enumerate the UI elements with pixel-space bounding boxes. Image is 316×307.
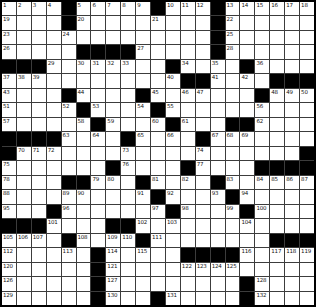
cell-r12c3[interactable] bbox=[32, 161, 46, 174]
cell-r15c18[interactable]: 100 bbox=[255, 205, 269, 218]
cell-r4c17[interactable] bbox=[240, 45, 254, 58]
cell-r5c5[interactable] bbox=[62, 60, 76, 73]
cell-r14c5[interactable]: 89 bbox=[62, 190, 76, 203]
cell-r7c16[interactable] bbox=[226, 89, 240, 102]
cell-r1c19[interactable]: 16 bbox=[270, 2, 284, 15]
cell-r2c20[interactable] bbox=[285, 16, 299, 29]
cell-r7c12[interactable] bbox=[166, 89, 180, 102]
cell-r6c10[interactable] bbox=[136, 74, 150, 87]
cell-r3c11[interactable] bbox=[151, 31, 165, 44]
cell-r7c21[interactable]: 50 bbox=[300, 89, 314, 102]
cell-r13c3[interactable] bbox=[32, 176, 46, 189]
cell-r16c18[interactable] bbox=[255, 219, 269, 232]
cell-r12c6[interactable] bbox=[77, 161, 91, 174]
cell-r21c10[interactable] bbox=[136, 292, 150, 305]
cell-r16c19[interactable] bbox=[270, 219, 284, 232]
cell-r9c9[interactable] bbox=[121, 118, 135, 131]
cell-r6c5[interactable] bbox=[62, 74, 76, 87]
cell-r15c15[interactable] bbox=[211, 205, 225, 218]
cell-r13c20[interactable]: 86 bbox=[285, 176, 299, 189]
cell-r20c8[interactable]: 127 bbox=[106, 277, 120, 290]
cell-r20c11[interactable] bbox=[151, 277, 165, 290]
cell-r10c19[interactable] bbox=[270, 132, 284, 145]
cell-r5c21[interactable] bbox=[300, 60, 314, 73]
cell-r8c16[interactable] bbox=[226, 103, 240, 116]
cell-r7c4[interactable] bbox=[47, 89, 61, 102]
cell-r19c21[interactable] bbox=[300, 263, 314, 276]
cell-r13c12[interactable] bbox=[166, 176, 180, 189]
cell-r12c10[interactable] bbox=[136, 161, 150, 174]
cell-r16c11[interactable] bbox=[151, 219, 165, 232]
cell-r9c21[interactable] bbox=[300, 118, 314, 131]
cell-r7c20[interactable]: 49 bbox=[285, 89, 299, 102]
cell-r11c3[interactable]: 71 bbox=[32, 147, 46, 160]
cell-r19c4[interactable] bbox=[47, 263, 61, 276]
cell-r4c20[interactable] bbox=[285, 45, 299, 58]
cell-r9c1[interactable]: 57 bbox=[2, 118, 16, 131]
cell-r6c6[interactable] bbox=[77, 74, 91, 87]
cell-r13c1[interactable]: 78 bbox=[2, 176, 16, 189]
cell-r19c10[interactable] bbox=[136, 263, 150, 276]
cell-r16c15[interactable] bbox=[211, 219, 225, 232]
cell-r21c6[interactable] bbox=[77, 292, 91, 305]
cell-r1c13[interactable]: 11 bbox=[181, 2, 195, 15]
cell-r21c8[interactable]: 130 bbox=[106, 292, 120, 305]
cell-r15c16[interactable]: 99 bbox=[226, 205, 240, 218]
cell-r2c7[interactable] bbox=[91, 16, 105, 29]
cell-r21c14[interactable] bbox=[196, 292, 210, 305]
cell-r12c9[interactable]: 76 bbox=[121, 161, 135, 174]
cell-r19c15[interactable]: 124 bbox=[211, 263, 225, 276]
cell-r4c18[interactable] bbox=[255, 45, 269, 58]
cell-r18c5[interactable]: 113 bbox=[62, 248, 76, 261]
cell-r14c12[interactable]: 92 bbox=[166, 190, 180, 203]
cell-r1c17[interactable]: 14 bbox=[240, 2, 254, 15]
cell-r5c10[interactable] bbox=[136, 60, 150, 73]
cell-r17c2[interactable]: 106 bbox=[17, 234, 31, 247]
cell-r2c8[interactable] bbox=[106, 16, 120, 29]
cell-r9c15[interactable] bbox=[211, 118, 225, 131]
cell-r1c21[interactable]: 18 bbox=[300, 2, 314, 15]
cell-r14c15[interactable]: 93 bbox=[211, 190, 225, 203]
cell-r5c8[interactable]: 32 bbox=[106, 60, 120, 73]
cell-r2c18[interactable] bbox=[255, 16, 269, 29]
cell-r5c7[interactable]: 31 bbox=[91, 60, 105, 73]
cell-r21c16[interactable] bbox=[226, 292, 240, 305]
cell-r19c17[interactable] bbox=[240, 263, 254, 276]
cell-r2c12[interactable] bbox=[166, 16, 180, 29]
cell-r17c7[interactable] bbox=[91, 234, 105, 247]
cell-r6c4[interactable] bbox=[47, 74, 61, 87]
cell-r18c9[interactable] bbox=[121, 248, 135, 261]
cell-r12c5[interactable] bbox=[62, 161, 76, 174]
cell-r10c13[interactable] bbox=[181, 132, 195, 145]
cell-r14c10[interactable]: 91 bbox=[136, 190, 150, 203]
cell-r3c7[interactable] bbox=[91, 31, 105, 44]
cell-r17c14[interactable] bbox=[196, 234, 210, 247]
cell-r7c6[interactable]: 44 bbox=[77, 89, 91, 102]
cell-r20c20[interactable] bbox=[285, 277, 299, 290]
cell-r12c17[interactable] bbox=[240, 161, 254, 174]
cell-r19c6[interactable] bbox=[77, 263, 91, 276]
cell-r21c21[interactable] bbox=[300, 292, 314, 305]
cell-r21c5[interactable] bbox=[62, 292, 76, 305]
cell-r4c4[interactable] bbox=[47, 45, 61, 58]
cell-r20c21[interactable] bbox=[300, 277, 314, 290]
cell-r3c13[interactable] bbox=[181, 31, 195, 44]
cell-r3c2[interactable] bbox=[17, 31, 31, 44]
cell-r12c12[interactable] bbox=[166, 161, 180, 174]
cell-r17c11[interactable]: 111 bbox=[151, 234, 165, 247]
cell-r4c10[interactable]: 27 bbox=[136, 45, 150, 58]
cell-r1c18[interactable]: 15 bbox=[255, 2, 269, 15]
cell-r3c12[interactable] bbox=[166, 31, 180, 44]
cell-r5c15[interactable]: 35 bbox=[211, 60, 225, 73]
cell-r18c11[interactable] bbox=[151, 248, 165, 261]
cell-r11c4[interactable]: 72 bbox=[47, 147, 61, 160]
cell-r20c3[interactable] bbox=[32, 277, 46, 290]
cell-r12c11[interactable] bbox=[151, 161, 165, 174]
cell-r13c21[interactable]: 87 bbox=[300, 176, 314, 189]
cell-r11c20[interactable] bbox=[285, 147, 299, 160]
cell-r6c15[interactable]: 41 bbox=[211, 74, 225, 87]
cell-r5c19[interactable] bbox=[270, 60, 284, 73]
cell-r19c2[interactable] bbox=[17, 263, 31, 276]
cell-r18c18[interactable] bbox=[255, 248, 269, 261]
cell-r21c9[interactable] bbox=[121, 292, 135, 305]
cell-r7c17[interactable] bbox=[240, 89, 254, 102]
cell-r7c7[interactable] bbox=[91, 89, 105, 102]
cell-r12c2[interactable] bbox=[17, 161, 31, 174]
cell-r8c17[interactable] bbox=[240, 103, 254, 116]
cell-r11c17[interactable] bbox=[240, 147, 254, 160]
cell-r13c8[interactable]: 80 bbox=[106, 176, 120, 189]
cell-r11c13[interactable] bbox=[181, 147, 195, 160]
cell-r18c21[interactable]: 119 bbox=[300, 248, 314, 261]
cell-r15c2[interactable] bbox=[17, 205, 31, 218]
cell-r15c5[interactable]: 96 bbox=[62, 205, 76, 218]
cell-r16c13[interactable] bbox=[181, 219, 195, 232]
cell-r14c13[interactable] bbox=[181, 190, 195, 203]
cell-r12c7[interactable] bbox=[91, 161, 105, 174]
cell-r10c6[interactable] bbox=[77, 132, 91, 145]
cell-r19c14[interactable]: 123 bbox=[196, 263, 210, 276]
cell-r8c20[interactable] bbox=[285, 103, 299, 116]
cell-r9c19[interactable] bbox=[270, 118, 284, 131]
cell-r3c4[interactable] bbox=[47, 31, 61, 44]
cell-r15c6[interactable] bbox=[77, 205, 91, 218]
cell-r1c7[interactable]: 6 bbox=[91, 2, 105, 15]
cell-r17c17[interactable] bbox=[240, 234, 254, 247]
cell-r20c14[interactable] bbox=[196, 277, 210, 290]
cell-r4c14[interactable] bbox=[196, 45, 210, 58]
cell-r10c12[interactable]: 66 bbox=[166, 132, 180, 145]
cell-r1c2[interactable]: 2 bbox=[17, 2, 31, 15]
cell-r11c19[interactable] bbox=[270, 147, 284, 160]
cell-r5c14[interactable] bbox=[196, 60, 210, 73]
cell-r11c16[interactable] bbox=[226, 147, 240, 160]
cell-r9c20[interactable] bbox=[285, 118, 299, 131]
cell-r19c20[interactable] bbox=[285, 263, 299, 276]
cell-r2c19[interactable] bbox=[270, 16, 284, 29]
cell-r6c18[interactable] bbox=[255, 74, 269, 87]
cell-r6c12[interactable]: 40 bbox=[166, 74, 180, 87]
cell-r17c6[interactable]: 108 bbox=[77, 234, 91, 247]
cell-r8c9[interactable] bbox=[121, 103, 135, 116]
cell-r18c1[interactable]: 112 bbox=[2, 248, 16, 261]
cell-r15c7[interactable] bbox=[91, 205, 105, 218]
cell-r15c10[interactable] bbox=[136, 205, 150, 218]
cell-r8c1[interactable]: 51 bbox=[2, 103, 16, 116]
cell-r20c19[interactable] bbox=[270, 277, 284, 290]
cell-r8c21[interactable] bbox=[300, 103, 314, 116]
cell-r4c12[interactable] bbox=[166, 45, 180, 58]
cell-r18c2[interactable] bbox=[17, 248, 31, 261]
cell-r18c8[interactable]: 114 bbox=[106, 248, 120, 261]
cell-r13c17[interactable] bbox=[240, 176, 254, 189]
cell-r16c14[interactable] bbox=[196, 219, 210, 232]
cell-r14c18[interactable] bbox=[255, 190, 269, 203]
cell-r1c8[interactable]: 7 bbox=[106, 2, 120, 15]
cell-r14c7[interactable] bbox=[91, 190, 105, 203]
cell-r1c12[interactable]: 10 bbox=[166, 2, 180, 15]
cell-r2c4[interactable] bbox=[47, 16, 61, 29]
cell-r13c14[interactable] bbox=[196, 176, 210, 189]
cell-r11c2[interactable]: 70 bbox=[17, 147, 31, 160]
cell-r3c3[interactable] bbox=[32, 31, 46, 44]
cell-r17c9[interactable]: 110 bbox=[121, 234, 135, 247]
cell-r12c4[interactable] bbox=[47, 161, 61, 174]
cell-r14c14[interactable] bbox=[196, 190, 210, 203]
cell-r3c6[interactable] bbox=[77, 31, 91, 44]
cell-r16c17[interactable]: 104 bbox=[240, 219, 254, 232]
cell-r2c17[interactable] bbox=[240, 16, 254, 29]
cell-r20c15[interactable] bbox=[211, 277, 225, 290]
cell-r14c8[interactable] bbox=[106, 190, 120, 203]
cell-r11c5[interactable] bbox=[62, 147, 76, 160]
cell-r3c19[interactable] bbox=[270, 31, 284, 44]
cell-r17c15[interactable] bbox=[211, 234, 225, 247]
cell-r13c19[interactable]: 85 bbox=[270, 176, 284, 189]
cell-r5c9[interactable]: 33 bbox=[121, 60, 135, 73]
cell-r7c1[interactable]: 43 bbox=[2, 89, 16, 102]
cell-r21c19[interactable] bbox=[270, 292, 284, 305]
cell-r3c18[interactable] bbox=[255, 31, 269, 44]
cell-r8c2[interactable] bbox=[17, 103, 31, 116]
cell-r16c7[interactable] bbox=[91, 219, 105, 232]
cell-r14c9[interactable] bbox=[121, 190, 135, 203]
cell-r8c8[interactable] bbox=[106, 103, 120, 116]
cell-r4c13[interactable] bbox=[181, 45, 195, 58]
cell-r13c9[interactable] bbox=[121, 176, 135, 189]
cell-r13c13[interactable]: 82 bbox=[181, 176, 195, 189]
cell-r10c7[interactable]: 64 bbox=[91, 132, 105, 145]
cell-r18c17[interactable]: 116 bbox=[240, 248, 254, 261]
cell-r19c3[interactable] bbox=[32, 263, 46, 276]
cell-r21c2[interactable] bbox=[17, 292, 31, 305]
cell-r7c8[interactable] bbox=[106, 89, 120, 102]
cell-r4c1[interactable]: 26 bbox=[2, 45, 16, 58]
cell-r2c14[interactable] bbox=[196, 16, 210, 29]
cell-r16c5[interactable] bbox=[62, 219, 76, 232]
cell-r20c18[interactable]: 128 bbox=[255, 277, 269, 290]
cell-r20c10[interactable] bbox=[136, 277, 150, 290]
cell-r10c8[interactable] bbox=[106, 132, 120, 145]
cell-r17c12[interactable] bbox=[166, 234, 180, 247]
cell-r20c2[interactable] bbox=[17, 277, 31, 290]
cell-r5c11[interactable] bbox=[151, 60, 165, 73]
cell-r11c7[interactable] bbox=[91, 147, 105, 160]
cell-r11c12[interactable] bbox=[166, 147, 180, 160]
cell-r7c14[interactable]: 47 bbox=[196, 89, 210, 102]
cell-r16c16[interactable] bbox=[226, 219, 240, 232]
cell-r5c13[interactable]: 34 bbox=[181, 60, 195, 73]
cell-r1c3[interactable]: 3 bbox=[32, 2, 46, 15]
cell-r3c17[interactable] bbox=[240, 31, 254, 44]
cell-r4c21[interactable] bbox=[300, 45, 314, 58]
cell-r10c11[interactable] bbox=[151, 132, 165, 145]
cell-r20c1[interactable]: 126 bbox=[2, 277, 16, 290]
cell-r17c4[interactable] bbox=[47, 234, 61, 247]
cell-r8c13[interactable] bbox=[181, 103, 195, 116]
cell-r9c2[interactable] bbox=[17, 118, 31, 131]
cell-r19c19[interactable] bbox=[270, 263, 284, 276]
cell-r17c8[interactable]: 109 bbox=[106, 234, 120, 247]
cell-r2c2[interactable] bbox=[17, 16, 31, 29]
cell-r20c16[interactable] bbox=[226, 277, 240, 290]
cell-r10c5[interactable]: 63 bbox=[62, 132, 76, 145]
cell-r7c11[interactable]: 45 bbox=[151, 89, 165, 102]
cell-r17c13[interactable] bbox=[181, 234, 195, 247]
cell-r10c21[interactable] bbox=[300, 132, 314, 145]
cell-r7c9[interactable] bbox=[121, 89, 135, 102]
cell-r19c12[interactable] bbox=[166, 263, 180, 276]
cell-r12c16[interactable] bbox=[226, 161, 240, 174]
cell-r14c21[interactable] bbox=[300, 190, 314, 203]
cell-r16c21[interactable] bbox=[300, 219, 314, 232]
cell-r4c11[interactable] bbox=[151, 45, 165, 58]
cell-r12c1[interactable]: 75 bbox=[2, 161, 16, 174]
cell-r9c11[interactable]: 60 bbox=[151, 118, 165, 131]
cell-r11c14[interactable]: 74 bbox=[196, 147, 210, 160]
cell-r8c12[interactable]: 55 bbox=[166, 103, 180, 116]
cell-r8c4[interactable] bbox=[47, 103, 61, 116]
cell-r4c3[interactable] bbox=[32, 45, 46, 58]
cell-r4c2[interactable] bbox=[17, 45, 31, 58]
cell-r10c20[interactable] bbox=[285, 132, 299, 145]
cell-r16c20[interactable] bbox=[285, 219, 299, 232]
cell-r12c14[interactable]: 77 bbox=[196, 161, 210, 174]
cell-r9c3[interactable] bbox=[32, 118, 46, 131]
cell-r6c17[interactable]: 42 bbox=[240, 74, 254, 87]
cell-r19c16[interactable]: 125 bbox=[226, 263, 240, 276]
cell-r2c10[interactable] bbox=[136, 16, 150, 29]
cell-r21c18[interactable]: 132 bbox=[255, 292, 269, 305]
cell-r18c20[interactable]: 118 bbox=[285, 248, 299, 261]
cell-r8c18[interactable]: 56 bbox=[255, 103, 269, 116]
cell-r6c9[interactable] bbox=[121, 74, 135, 87]
cell-r4c5[interactable] bbox=[62, 45, 76, 58]
cell-r11c18[interactable] bbox=[255, 147, 269, 160]
cell-r2c9[interactable] bbox=[121, 16, 135, 29]
cell-r7c15[interactable] bbox=[211, 89, 225, 102]
cell-r2c1[interactable]: 19 bbox=[2, 16, 16, 29]
cell-r15c11[interactable]: 97 bbox=[151, 205, 165, 218]
cell-r10c15[interactable]: 67 bbox=[211, 132, 225, 145]
cell-r21c15[interactable] bbox=[211, 292, 225, 305]
cell-r5c4[interactable]: 29 bbox=[47, 60, 61, 73]
cell-r20c13[interactable] bbox=[181, 277, 195, 290]
cell-r3c16[interactable]: 25 bbox=[226, 31, 240, 44]
cell-r5c16[interactable] bbox=[226, 60, 240, 73]
cell-r4c19[interactable] bbox=[270, 45, 284, 58]
cell-r14c2[interactable] bbox=[17, 190, 31, 203]
cell-r14c19[interactable] bbox=[270, 190, 284, 203]
cell-r1c6[interactable]: 5 bbox=[77, 2, 91, 15]
cell-r17c18[interactable] bbox=[255, 234, 269, 247]
cell-r1c9[interactable]: 8 bbox=[121, 2, 135, 15]
cell-r10c10[interactable]: 65 bbox=[136, 132, 150, 145]
cell-r17c3[interactable]: 107 bbox=[32, 234, 46, 247]
cell-r8c7[interactable]: 53 bbox=[91, 103, 105, 116]
cell-r16c10[interactable]: 102 bbox=[136, 219, 150, 232]
cell-r18c4[interactable] bbox=[47, 248, 61, 261]
cell-r3c8[interactable] bbox=[106, 31, 120, 44]
cell-r8c3[interactable] bbox=[32, 103, 46, 116]
cell-r20c5[interactable] bbox=[62, 277, 76, 290]
cell-r21c13[interactable] bbox=[181, 292, 195, 305]
cell-r9c13[interactable]: 61 bbox=[181, 118, 195, 131]
cell-r19c13[interactable]: 122 bbox=[181, 263, 195, 276]
cell-r19c1[interactable]: 120 bbox=[2, 263, 16, 276]
cell-r11c15[interactable] bbox=[211, 147, 225, 160]
cell-r2c16[interactable]: 22 bbox=[226, 16, 240, 29]
cell-r9c6[interactable]: 58 bbox=[77, 118, 91, 131]
cell-r12c15[interactable] bbox=[211, 161, 225, 174]
cell-r14c1[interactable]: 88 bbox=[2, 190, 16, 203]
cell-r5c20[interactable] bbox=[285, 60, 299, 73]
cell-r1c20[interactable]: 17 bbox=[285, 2, 299, 15]
cell-r19c9[interactable] bbox=[121, 263, 135, 276]
cell-r1c1[interactable]: 1 bbox=[2, 2, 16, 15]
cell-r18c6[interactable] bbox=[77, 248, 91, 261]
cell-r15c20[interactable] bbox=[285, 205, 299, 218]
cell-r18c10[interactable]: 115 bbox=[136, 248, 150, 261]
cell-r17c1[interactable]: 105 bbox=[2, 234, 16, 247]
cell-r3c20[interactable] bbox=[285, 31, 299, 44]
cell-r13c2[interactable] bbox=[17, 176, 31, 189]
cell-r20c12[interactable] bbox=[166, 277, 180, 290]
cell-r15c9[interactable] bbox=[121, 205, 135, 218]
cell-r14c20[interactable] bbox=[285, 190, 299, 203]
cell-r7c13[interactable]: 46 bbox=[181, 89, 195, 102]
cell-r19c5[interactable] bbox=[62, 263, 76, 276]
cell-r15c8[interactable] bbox=[106, 205, 120, 218]
cell-r4c16[interactable]: 28 bbox=[226, 45, 240, 58]
cell-r3c10[interactable] bbox=[136, 31, 150, 44]
cell-r3c14[interactable] bbox=[196, 31, 210, 44]
cell-r8c14[interactable] bbox=[196, 103, 210, 116]
cell-r21c20[interactable] bbox=[285, 292, 299, 305]
cell-r21c3[interactable] bbox=[32, 292, 46, 305]
cell-r21c1[interactable]: 129 bbox=[2, 292, 16, 305]
cell-r16c4[interactable]: 101 bbox=[47, 219, 61, 232]
cell-r9c14[interactable] bbox=[196, 118, 210, 131]
cell-r7c2[interactable] bbox=[17, 89, 31, 102]
cell-r16c6[interactable] bbox=[77, 219, 91, 232]
cell-r6c2[interactable]: 38 bbox=[17, 74, 31, 87]
cell-r3c21[interactable] bbox=[300, 31, 314, 44]
